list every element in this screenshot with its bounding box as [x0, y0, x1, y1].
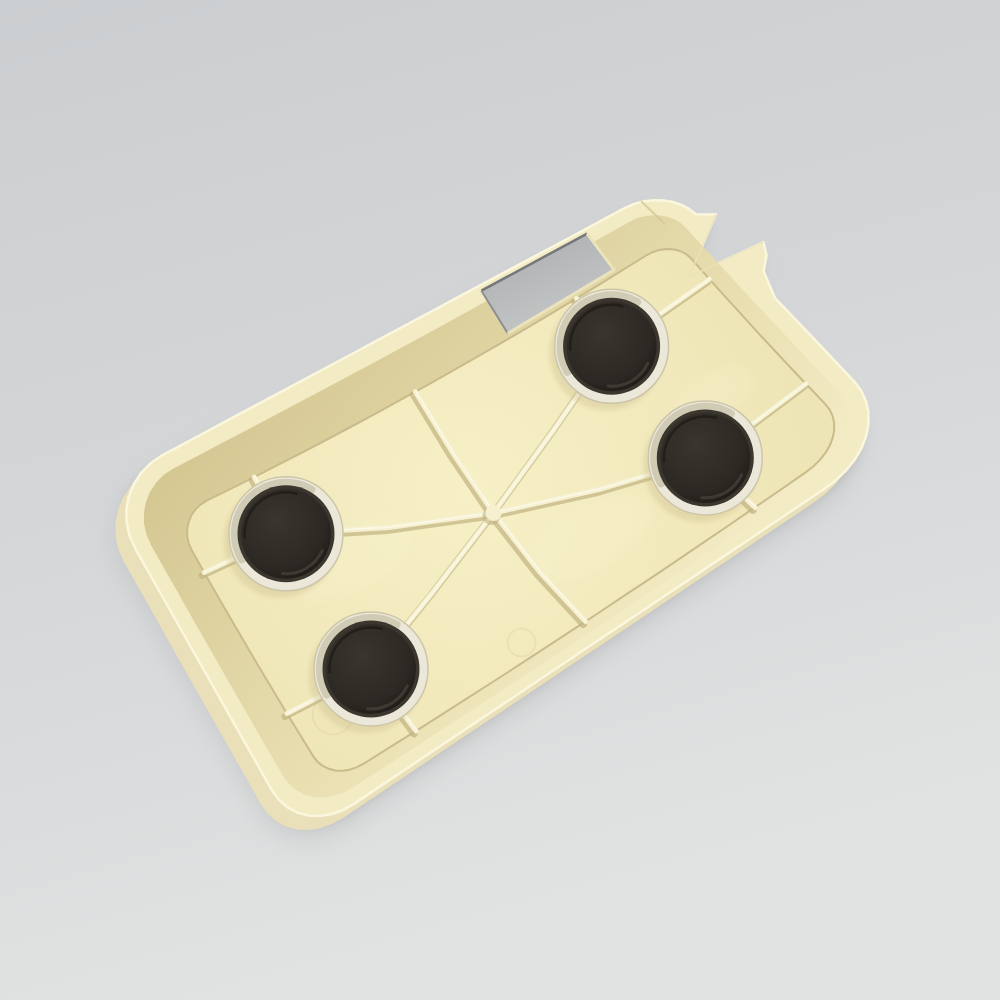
rubber-pad: [567, 301, 657, 391]
rubber-pad: [660, 413, 750, 503]
rubber-pad: [326, 624, 416, 714]
photo-stage: [0, 0, 1000, 1000]
rubber-pad: [241, 489, 331, 579]
product-photo: [0, 0, 1000, 1000]
rib-hub: [486, 505, 502, 521]
